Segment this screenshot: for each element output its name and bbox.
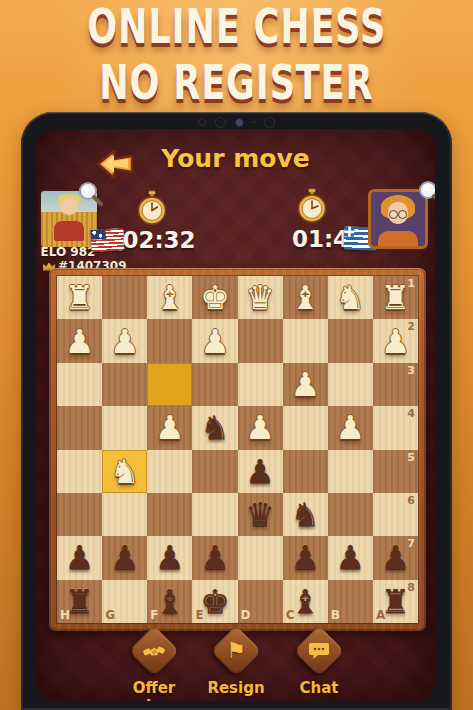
square-h6[interactable]: [57, 493, 102, 536]
square-a8[interactable]: ♜8A: [373, 580, 418, 623]
square-f6[interactable]: [147, 493, 192, 536]
square-a5[interactable]: 5: [373, 450, 418, 493]
square-g3[interactable]: [102, 363, 147, 406]
square-b8[interactable]: B: [328, 580, 373, 623]
rank-label-6: 6: [407, 494, 415, 507]
square-a3[interactable]: 3: [373, 363, 418, 406]
piece-black-knight: ♞: [200, 411, 230, 444]
square-d7[interactable]: [238, 536, 283, 579]
square-g6[interactable]: [102, 493, 147, 536]
piece-black-queen: ♛: [245, 498, 275, 531]
square-f4[interactable]: ♟: [147, 406, 192, 449]
square-h3[interactable]: [57, 363, 102, 406]
square-c2[interactable]: [283, 319, 328, 362]
piece-black-pawn: ♟: [110, 541, 140, 574]
resign-button[interactable]: ⚑ Resign: [190, 629, 282, 697]
piece-white-pawn: ♟: [155, 411, 185, 444]
square-b6[interactable]: [328, 493, 373, 536]
square-h1[interactable]: ♜: [57, 276, 102, 319]
square-b3[interactable]: [328, 363, 373, 406]
rank-label-7: 7: [407, 537, 415, 550]
rank-label-4: 4: [407, 407, 415, 420]
square-b1[interactable]: ♞: [328, 276, 373, 319]
piece-white-pawn: ♟: [110, 325, 140, 358]
square-d4[interactable]: ♟: [238, 406, 283, 449]
square-a2[interactable]: ♟2: [373, 319, 418, 362]
chess-board: ♜♝♚♛♝♞♜1♟♟♟♟2♟3♟♞♟♟4♞♟5♛♞6♟♟♟♟♟♟♟7♜HG♝F♚…: [49, 268, 426, 631]
rank-label-1: 1: [407, 277, 415, 290]
file-label-c: C: [286, 608, 295, 622]
square-d3[interactable]: [238, 363, 283, 406]
piece-white-queen: ♛: [245, 281, 275, 314]
piece-white-pawn: ♟: [65, 325, 95, 358]
resign-label: Resign: [190, 679, 282, 697]
offer-draw-label-line1: Offer: [108, 679, 200, 697]
square-f5[interactable]: [147, 450, 192, 493]
square-f1[interactable]: ♝: [147, 276, 192, 319]
square-f2[interactable]: [147, 319, 192, 362]
file-label-d: D: [241, 608, 251, 622]
rank-label-8: 8: [407, 581, 415, 594]
square-c3[interactable]: ♟: [283, 363, 328, 406]
piece-black-bishop: ♝: [290, 585, 320, 618]
piece-black-pawn: ♟: [200, 541, 230, 574]
piece-black-knight: ♞: [290, 498, 320, 531]
square-e4[interactable]: ♞: [192, 406, 237, 449]
piece-black-pawn: ♟: [155, 541, 185, 574]
promo-banner: ONLINE CHESS NO REGISTER: [0, 2, 473, 114]
square-a4[interactable]: 4: [373, 406, 418, 449]
square-h2[interactable]: ♟: [57, 319, 102, 362]
square-e2[interactable]: ♟: [192, 319, 237, 362]
square-b7[interactable]: ♟: [328, 536, 373, 579]
square-e7[interactable]: ♟: [192, 536, 237, 579]
tablet-frame: Your move ELO 982 #1407309: [21, 112, 452, 710]
square-d6[interactable]: ♛: [238, 493, 283, 536]
square-c6[interactable]: ♞: [283, 493, 328, 536]
piece-white-king: ♚: [200, 281, 230, 314]
piece-white-rook: ♜: [65, 281, 95, 314]
rank-label-5: 5: [407, 451, 415, 464]
file-label-f: F: [150, 608, 158, 622]
square-f8[interactable]: ♝F: [147, 580, 192, 623]
square-c1[interactable]: ♝: [283, 276, 328, 319]
square-g2[interactable]: ♟: [102, 319, 147, 362]
file-label-e: E: [195, 608, 203, 622]
square-c7[interactable]: ♟: [283, 536, 328, 579]
piece-white-pawn: ♟: [381, 325, 411, 358]
file-label-g: G: [105, 608, 115, 622]
square-g8[interactable]: G: [102, 580, 147, 623]
stopwatch-right-icon: [296, 188, 328, 224]
zoom-avatar-left-icon[interactable]: [77, 180, 104, 207]
square-a7[interactable]: ♟7: [373, 536, 418, 579]
square-g4[interactable]: [102, 406, 147, 449]
piece-white-pawn: ♟: [336, 411, 366, 444]
square-e5[interactable]: [192, 450, 237, 493]
square-h5[interactable]: [57, 450, 102, 493]
chat-button[interactable]: Chat: [273, 629, 365, 697]
square-g1[interactable]: [102, 276, 147, 319]
square-d8[interactable]: D: [238, 580, 283, 623]
square-c8[interactable]: ♝C: [283, 580, 328, 623]
square-b2[interactable]: [328, 319, 373, 362]
offer-draw-button[interactable]: Offer a draw: [108, 629, 200, 701]
piece-white-rook: ♜: [381, 281, 411, 314]
piece-black-king: ♚: [200, 585, 230, 618]
handshake-icon: [129, 626, 180, 677]
piece-black-rook: ♜: [65, 585, 95, 618]
app-screen: Your move ELO 982 #1407309: [36, 129, 435, 701]
piece-white-knight: ♞: [336, 281, 366, 314]
chess-board-grid: ♜♝♚♛♝♞♜1♟♟♟♟2♟3♟♞♟♟4♞♟5♛♞6♟♟♟♟♟♟♟7♜HG♝F♚…: [57, 276, 418, 623]
square-h8[interactable]: ♜H: [57, 580, 102, 623]
square-h4[interactable]: [57, 406, 102, 449]
square-f7[interactable]: ♟: [147, 536, 192, 579]
piece-white-pawn: ♟: [200, 325, 230, 358]
zoom-avatar-right-icon[interactable]: [417, 179, 435, 206]
tablet-camera: [21, 118, 452, 126]
piece-white-pawn: ♟: [245, 411, 275, 444]
square-d1[interactable]: ♛: [238, 276, 283, 319]
chat-label: Chat: [273, 679, 365, 697]
piece-black-bishop: ♝: [155, 585, 185, 618]
file-label-a: A: [376, 608, 385, 622]
piece-black-rook: ♜: [381, 585, 411, 618]
promo-line-1: ONLINE CHESS: [87, 2, 386, 52]
rank-label-2: 2: [407, 320, 415, 333]
piece-white-knight: ♞: [110, 455, 140, 488]
square-h7[interactable]: ♟: [57, 536, 102, 579]
piece-black-pawn: ♟: [245, 455, 275, 488]
square-c5[interactable]: [283, 450, 328, 493]
file-label-b: B: [331, 608, 340, 622]
square-e6[interactable]: [192, 493, 237, 536]
player-left-clock: 02:32: [114, 227, 204, 253]
piece-black-pawn: ♟: [336, 541, 366, 574]
square-g7[interactable]: ♟: [102, 536, 147, 579]
file-label-h: H: [60, 608, 70, 622]
square-b5[interactable]: [328, 450, 373, 493]
offer-draw-label-line2: a draw: [108, 697, 200, 701]
rank-label-3: 3: [407, 364, 415, 377]
piece-black-pawn: ♟: [290, 541, 320, 574]
square-c4[interactable]: [283, 406, 328, 449]
piece-white-pawn: ♟: [290, 368, 320, 401]
square-e3[interactable]: [192, 363, 237, 406]
chat-bubble-icon: [294, 626, 345, 677]
piece-white-bishop: ♝: [290, 281, 320, 314]
square-f3[interactable]: [147, 363, 192, 406]
square-d5[interactable]: ♟: [238, 450, 283, 493]
resign-flag-icon: ⚑: [211, 626, 262, 677]
piece-black-pawn: ♟: [65, 541, 95, 574]
player-left-elo: ELO 982: [38, 245, 98, 259]
square-a6[interactable]: 6: [373, 493, 418, 536]
piece-black-pawn: ♟: [381, 541, 411, 574]
piece-white-bishop: ♝: [155, 281, 185, 314]
square-a1[interactable]: ♜1: [373, 276, 418, 319]
turn-status: Your move: [36, 144, 435, 173]
square-g5[interactable]: ♞: [102, 450, 147, 493]
square-e1[interactable]: ♚: [192, 276, 237, 319]
square-e8[interactable]: ♚E: [192, 580, 237, 623]
square-d2[interactable]: [238, 319, 283, 362]
stopwatch-left-icon: [136, 190, 168, 226]
square-b4[interactable]: ♟: [328, 406, 373, 449]
promo-line-2: NO REGISTER: [99, 58, 373, 108]
